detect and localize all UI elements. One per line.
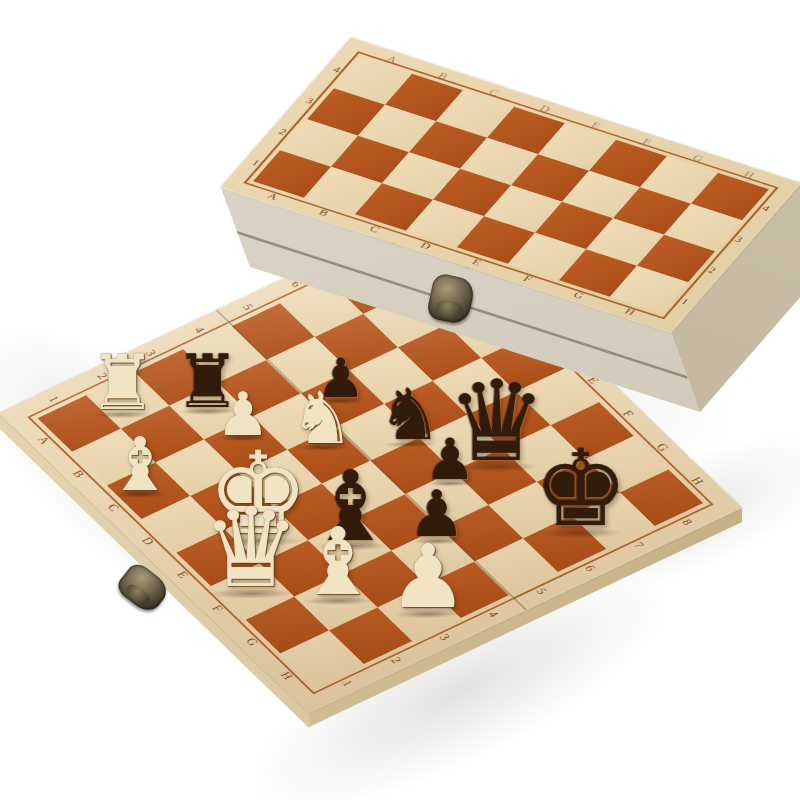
board-label-G: G	[653, 441, 673, 453]
lid-label-C: C	[487, 87, 502, 97]
lid-label-D: D	[418, 240, 433, 250]
lid-label-B: B	[436, 70, 451, 80]
piece-white-rook-a2[interactable]: ♜	[88, 345, 156, 421]
board-label-G: G	[242, 636, 262, 648]
board-label-F: F	[619, 408, 637, 419]
chess-set-photo: AA11BB22CC33DD44EE55FF66GG77HH88 AABBCCD…	[0, 0, 800, 800]
lid-label-F: F	[521, 274, 534, 284]
board-label-H: H	[277, 670, 297, 682]
board-label-H: H	[687, 475, 707, 487]
lid-label-C: C	[368, 224, 383, 234]
piece-black-king-h6[interactable]: ♚	[533, 436, 628, 542]
piece-white-pawn-h3[interactable]: ♟	[389, 533, 468, 621]
lid-label-F: F	[640, 137, 653, 147]
board-label-E: E	[173, 569, 192, 580]
piece-white-bishop-g2[interactable]: ♝	[296, 516, 379, 609]
lid-label-G: G	[571, 290, 586, 300]
lid-label-A: A	[265, 191, 280, 201]
lid-label-E: E	[470, 257, 484, 267]
lid-label-E: E	[589, 120, 603, 130]
piece-white-queen-f1[interactable]: ♛	[202, 493, 301, 603]
lid-label-B: B	[317, 207, 332, 217]
lid-label-H: H	[622, 306, 637, 316]
piece-white-bishop-c1[interactable]: ♝	[107, 427, 173, 501]
board-label-A: A	[34, 434, 54, 446]
board-label-D: D	[138, 535, 158, 547]
board-label-B: B	[69, 468, 88, 480]
board-clasp-hook	[123, 581, 152, 608]
box-clasp-hook	[435, 299, 462, 321]
